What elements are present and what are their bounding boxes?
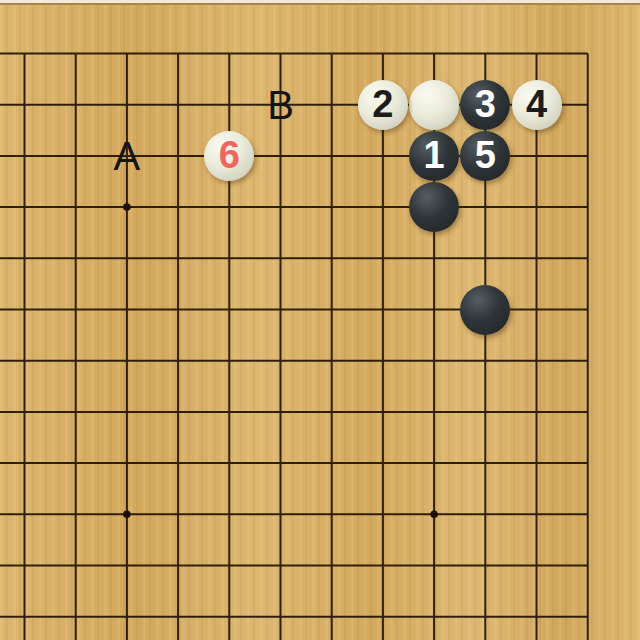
label-A[interactable]: A bbox=[97, 126, 157, 186]
label-B[interactable]: B bbox=[251, 75, 311, 135]
stone-white-m17[interactable]: 6 bbox=[204, 131, 254, 181]
move-number: 3 bbox=[475, 85, 496, 123]
stone-black-r18[interactable]: 3 bbox=[460, 80, 510, 130]
star-point bbox=[430, 511, 438, 519]
stone-white-q18[interactable] bbox=[409, 80, 459, 130]
stone-black-r17[interactable]: 5 bbox=[460, 131, 510, 181]
move-number: 4 bbox=[526, 85, 547, 123]
stone-black-q16[interactable] bbox=[409, 182, 459, 232]
move-number: 1 bbox=[424, 136, 445, 174]
star-point bbox=[123, 511, 131, 519]
stone-white-p18[interactable]: 2 bbox=[358, 80, 408, 130]
stone-black-r14[interactable] bbox=[460, 285, 510, 335]
move-number: 2 bbox=[372, 85, 393, 123]
stone-white-s18[interactable]: 4 bbox=[512, 80, 562, 130]
stone-black-q17[interactable]: 1 bbox=[409, 131, 459, 181]
go-board[interactable]: 123456AB bbox=[0, 0, 640, 640]
move-number: 5 bbox=[475, 136, 496, 174]
star-point bbox=[123, 203, 131, 211]
move-number: 6 bbox=[219, 136, 240, 174]
